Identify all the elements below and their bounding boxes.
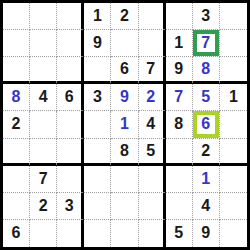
cell-r6c7[interactable] (166, 139, 193, 166)
cell-r6c5[interactable]: 8 (111, 139, 138, 166)
cell-r6c8[interactable]: 2 (193, 139, 220, 166)
cell-r4c6[interactable]: 2 (139, 84, 166, 111)
cell-r8c6[interactable] (139, 193, 166, 220)
cell-r5c6[interactable]: 4 (139, 111, 166, 138)
cell-r5c9[interactable] (220, 111, 247, 138)
cell-r8c7[interactable] (166, 193, 193, 220)
cell-r2c4[interactable]: 9 (84, 30, 111, 57)
cell-r4c8[interactable]: 5 (193, 84, 220, 111)
cell-r3c9[interactable] (220, 57, 247, 84)
cell-r9c6[interactable] (139, 220, 166, 247)
cell-r1c4[interactable]: 1 (84, 3, 111, 30)
cell-r2c3[interactable] (57, 30, 84, 57)
cell-r1c3[interactable] (57, 3, 84, 30)
cell-r3c7[interactable]: 9 (166, 57, 193, 84)
cell-r5c8[interactable]: 6 (193, 111, 220, 138)
cell-r3c4[interactable] (84, 57, 111, 84)
cell-r3c2[interactable] (30, 57, 57, 84)
cell-r1c9[interactable] (220, 3, 247, 30)
cell-r8c1[interactable] (3, 193, 30, 220)
cell-r7c7[interactable] (166, 166, 193, 193)
cell-r1c5[interactable]: 2 (111, 3, 138, 30)
cell-r8c4[interactable] (84, 193, 111, 220)
cell-r2c6[interactable] (139, 30, 166, 57)
cell-r5c3[interactable] (57, 111, 84, 138)
cell-r5c5[interactable]: 1 (111, 111, 138, 138)
cell-r2c9[interactable] (220, 30, 247, 57)
cell-r3c1[interactable] (3, 57, 30, 84)
cell-r7c9[interactable] (220, 166, 247, 193)
cell-r3c6[interactable]: 7 (139, 57, 166, 84)
cell-r4c3[interactable]: 6 (57, 84, 84, 111)
cell-r8c2[interactable]: 2 (30, 193, 57, 220)
sudoku-board: 12391767988463927512148685271234659 (0, 0, 250, 250)
cell-r1c7[interactable] (166, 3, 193, 30)
cell-r9c7[interactable]: 5 (166, 220, 193, 247)
cell-r9c8[interactable]: 9 (193, 220, 220, 247)
cell-r1c1[interactable] (3, 3, 30, 30)
cell-r8c5[interactable] (111, 193, 138, 220)
cell-r5c1[interactable]: 2 (3, 111, 30, 138)
cell-r7c4[interactable] (84, 166, 111, 193)
cell-r4c7[interactable]: 7 (166, 84, 193, 111)
cell-r7c2[interactable]: 7 (30, 166, 57, 193)
cell-r4c4[interactable]: 3 (84, 84, 111, 111)
cell-r6c3[interactable] (57, 139, 84, 166)
cell-r4c1[interactable]: 8 (3, 84, 30, 111)
cell-r6c2[interactable] (30, 139, 57, 166)
cell-r6c6[interactable]: 5 (139, 139, 166, 166)
cell-r5c2[interactable] (30, 111, 57, 138)
cell-r1c8[interactable]: 3 (193, 3, 220, 30)
cell-r1c2[interactable] (30, 3, 57, 30)
cell-r7c1[interactable] (3, 166, 30, 193)
cell-r2c2[interactable] (30, 30, 57, 57)
cell-r9c9[interactable] (220, 220, 247, 247)
cell-r2c1[interactable] (3, 30, 30, 57)
cell-r7c3[interactable] (57, 166, 84, 193)
cell-r7c5[interactable] (111, 166, 138, 193)
cell-r8c3[interactable]: 3 (57, 193, 84, 220)
cell-r2c8[interactable]: 7 (193, 30, 220, 57)
cell-r3c3[interactable] (57, 57, 84, 84)
cell-r8c9[interactable] (220, 193, 247, 220)
cell-r4c5[interactable]: 9 (111, 84, 138, 111)
cell-r9c4[interactable] (84, 220, 111, 247)
cell-r9c2[interactable] (30, 220, 57, 247)
cell-r7c8[interactable]: 1 (193, 166, 220, 193)
cell-r9c1[interactable]: 6 (3, 220, 30, 247)
cell-r8c8[interactable]: 4 (193, 193, 220, 220)
cell-r4c9[interactable]: 1 (220, 84, 247, 111)
cell-r3c5[interactable]: 6 (111, 57, 138, 84)
cell-r6c1[interactable] (3, 139, 30, 166)
cell-r3c8[interactable]: 8 (193, 57, 220, 84)
cell-r5c7[interactable]: 8 (166, 111, 193, 138)
cell-r2c5[interactable] (111, 30, 138, 57)
cell-r9c5[interactable] (111, 220, 138, 247)
cell-r5c4[interactable] (84, 111, 111, 138)
cell-r2c7[interactable]: 1 (166, 30, 193, 57)
cell-r9c3[interactable] (57, 220, 84, 247)
cell-r6c4[interactable] (84, 139, 111, 166)
cell-r7c6[interactable] (139, 166, 166, 193)
cell-r4c2[interactable]: 4 (30, 84, 57, 111)
cell-r6c9[interactable] (220, 139, 247, 166)
cell-r1c6[interactable] (139, 3, 166, 30)
